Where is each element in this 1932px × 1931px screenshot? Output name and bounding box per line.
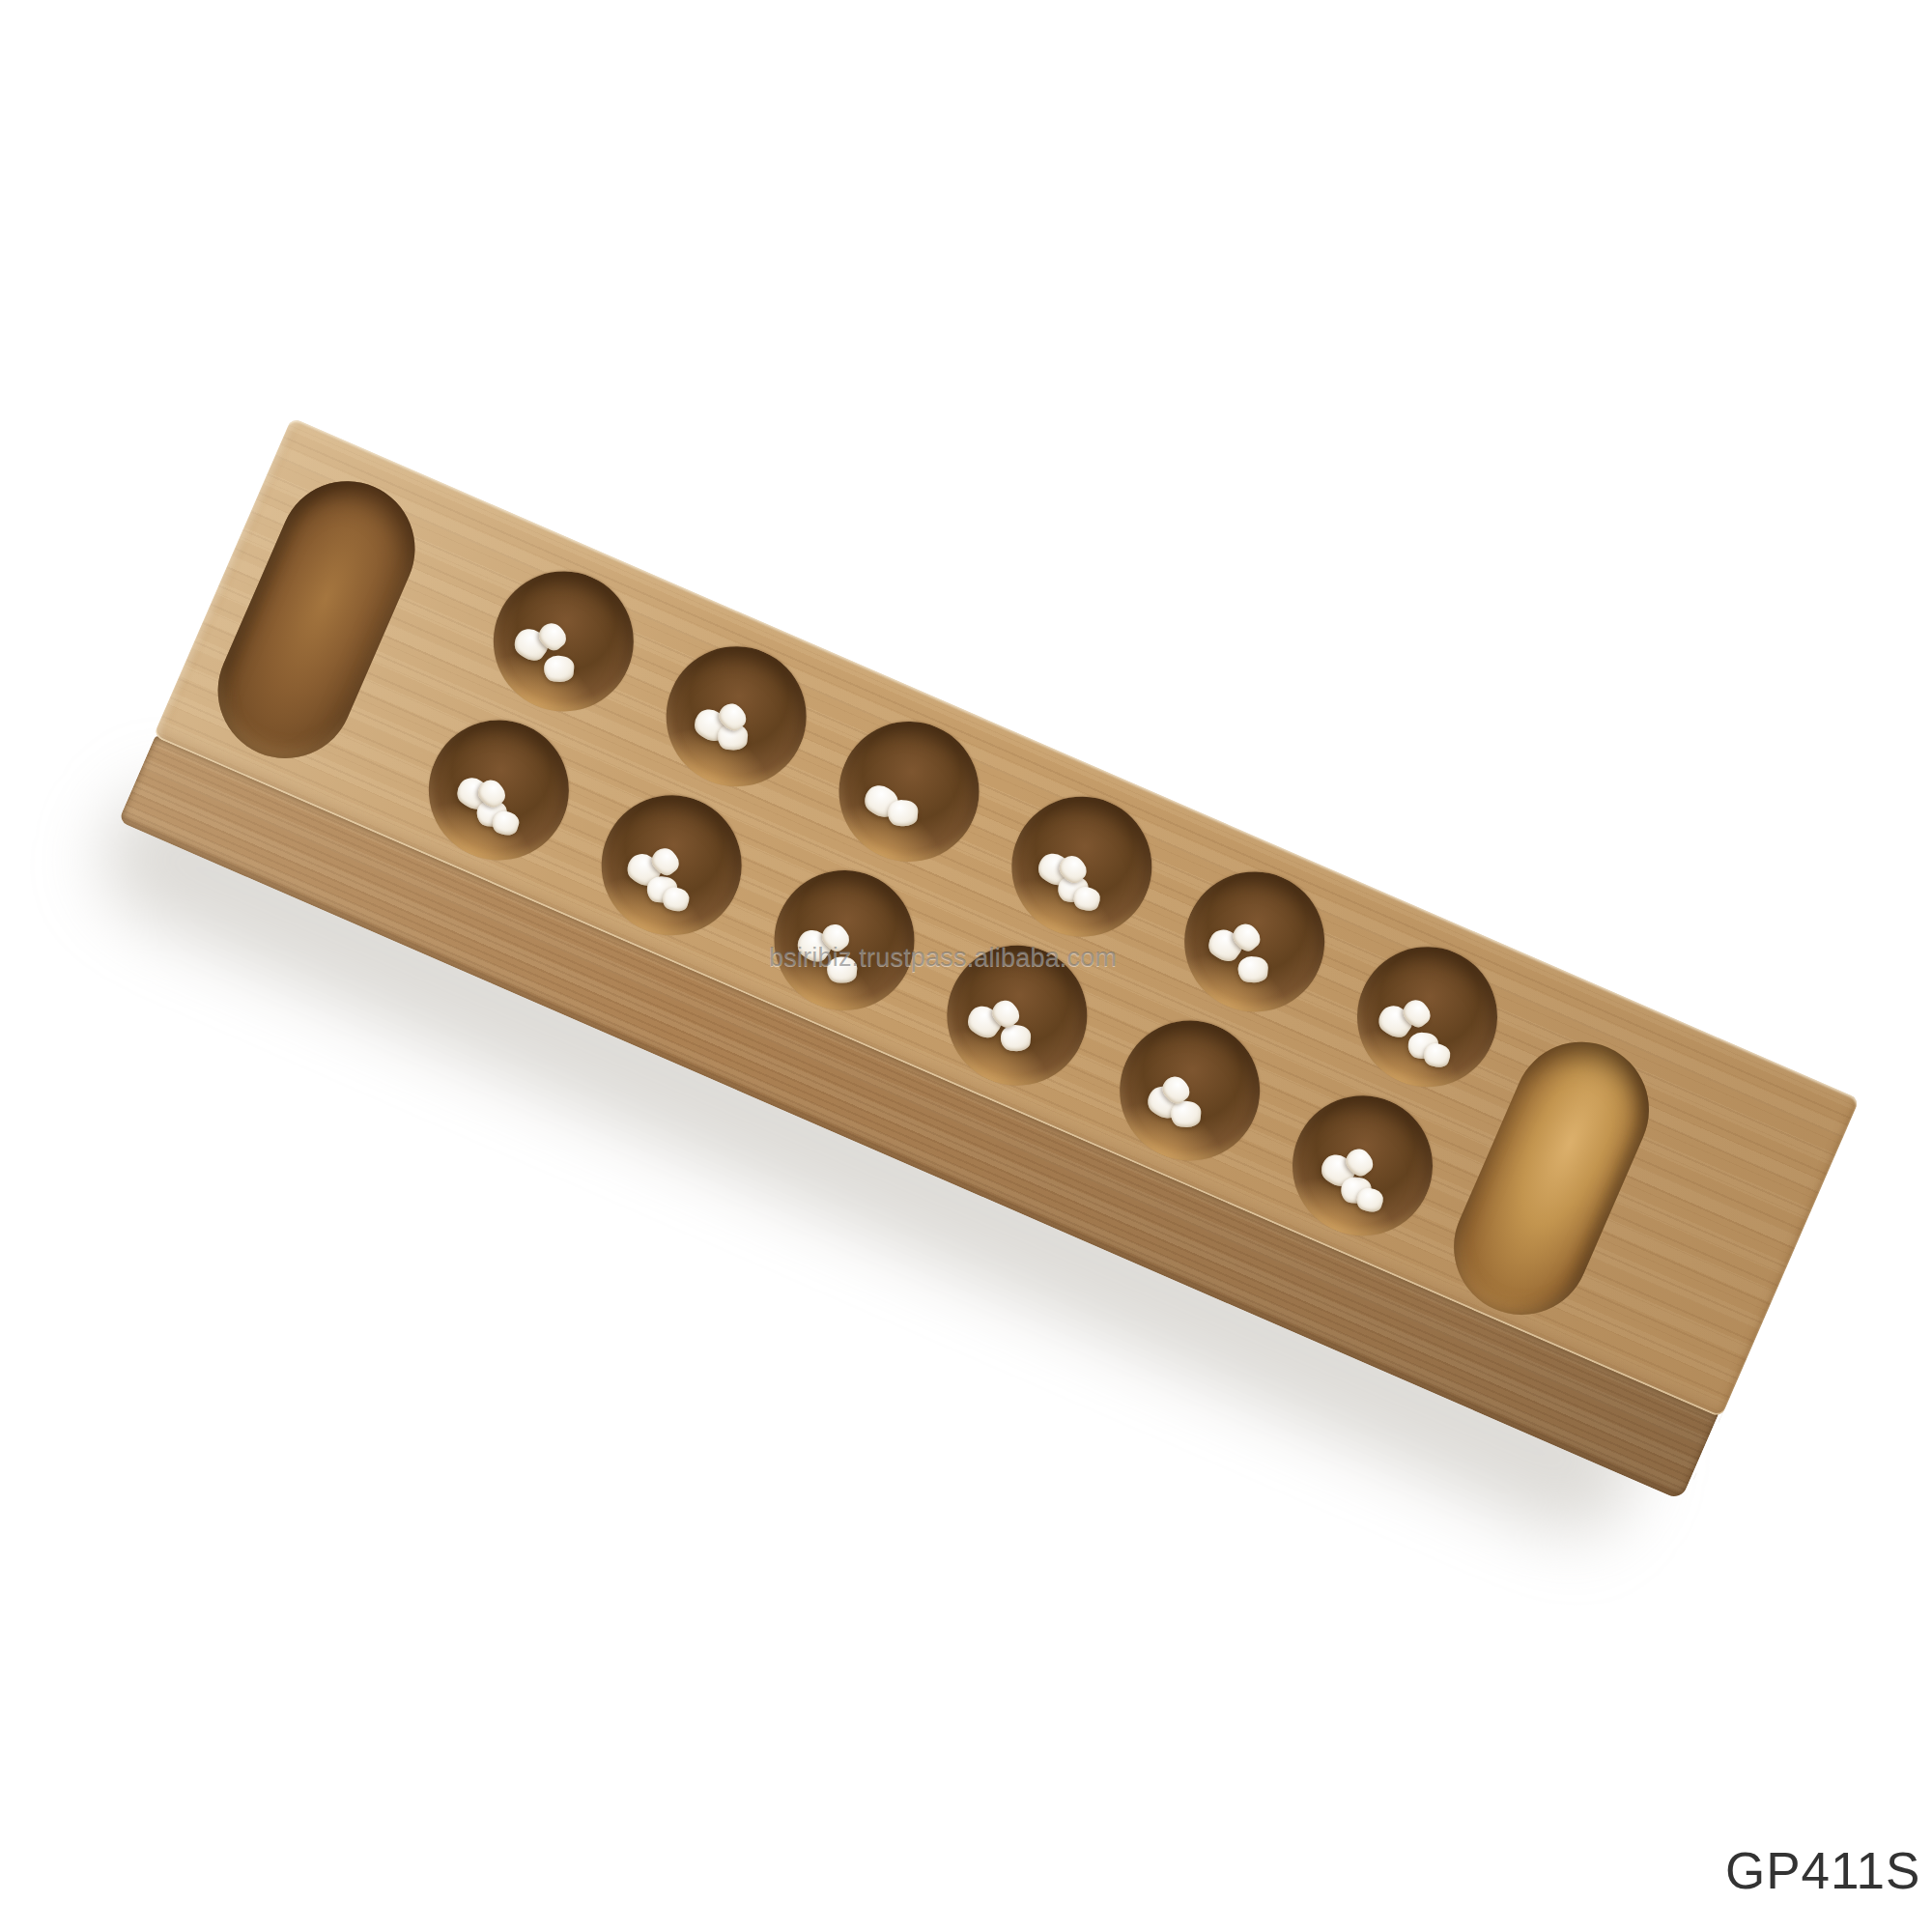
pit-top-4[interactable] [989,774,1174,958]
stone [999,1024,1031,1053]
pit-bottom-6[interactable] [1270,1073,1455,1258]
pit-top-2[interactable] [644,624,829,809]
watermark: bsiribiz.trustpass.alibaba.com [769,943,1117,973]
pit-bottom-3[interactable] [752,847,936,1032]
pit-top-6[interactable] [1335,924,1520,1109]
pit-top-1[interactable] [471,549,656,733]
pit-top-3[interactable] [816,698,1001,883]
product-photo-scene: bsiribiz.trustpass.alibaba.com GP411S [0,0,1932,1931]
stone [886,799,918,828]
pit-bottom-5[interactable] [1097,998,1282,1182]
stone [1169,1100,1201,1129]
pit-top-5[interactable] [1162,849,1347,1034]
pit-bottom-1[interactable] [407,697,591,882]
stone [542,655,574,684]
product-code: GP411S [1725,1841,1920,1900]
pit-bottom-2[interactable] [580,773,764,957]
store-left[interactable] [197,460,437,780]
stone [1236,955,1268,984]
